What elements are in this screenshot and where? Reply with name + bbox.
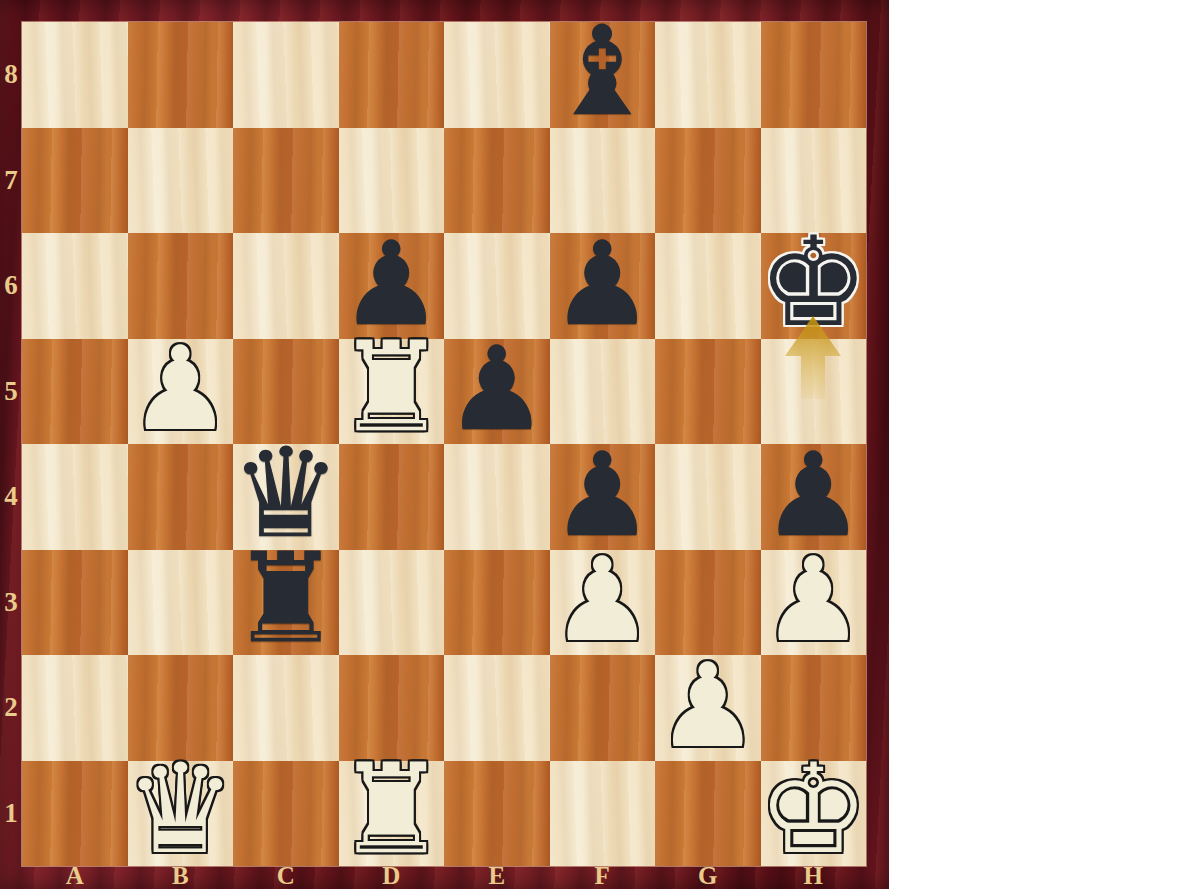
square-b1[interactable]: ♛ [128, 761, 234, 867]
piece-white-rook-d1[interactable]: ♜ [336, 747, 447, 871]
rank-label-5: 5 [0, 378, 22, 405]
square-a8[interactable] [22, 22, 128, 128]
file-label-c: C [233, 864, 339, 887]
rank-label-8: 8 [0, 61, 22, 88]
square-g8[interactable] [655, 22, 761, 128]
square-f8[interactable]: ♝ [550, 22, 656, 128]
square-b3[interactable] [128, 550, 234, 656]
piece-black-pawn-f6[interactable]: ♟ [550, 226, 654, 342]
rank-label-6: 6 [0, 272, 22, 299]
piece-white-king-h1[interactable]: ♚ [758, 747, 869, 871]
file-label-b: B [128, 864, 234, 887]
square-h3[interactable]: ♟ [761, 550, 867, 656]
rank-label-2: 2 [0, 694, 22, 721]
square-a2[interactable] [22, 655, 128, 761]
piece-white-pawn-f3[interactable]: ♟ [550, 542, 654, 658]
file-label-f: F [550, 864, 656, 887]
square-e7[interactable] [444, 128, 550, 234]
square-f2[interactable] [550, 655, 656, 761]
square-a7[interactable] [22, 128, 128, 234]
square-f1[interactable] [550, 761, 656, 867]
piece-white-pawn-b5[interactable]: ♟ [128, 331, 232, 447]
square-f3[interactable]: ♟ [550, 550, 656, 656]
piece-black-pawn-e5[interactable]: ♟ [445, 331, 549, 447]
square-e1[interactable] [444, 761, 550, 867]
square-h8[interactable] [761, 22, 867, 128]
square-e5[interactable]: ♟ [444, 339, 550, 445]
square-b8[interactable] [128, 22, 234, 128]
square-g6[interactable] [655, 233, 761, 339]
rank-label-4: 4 [0, 483, 22, 510]
chess-board-frame: ♝♟♟♚♟♜♟♛♟♟♜♟♟♟♛♜♚ 12345678ABCDEFGH [0, 0, 889, 889]
file-label-h: H [761, 864, 867, 887]
rank-label-7: 7 [0, 167, 22, 194]
square-e4[interactable] [444, 444, 550, 550]
rank-label-3: 3 [0, 589, 22, 616]
square-b4[interactable] [128, 444, 234, 550]
piece-white-pawn-h3[interactable]: ♟ [761, 542, 865, 658]
square-g7[interactable] [655, 128, 761, 234]
square-b7[interactable] [128, 128, 234, 234]
square-g1[interactable] [655, 761, 761, 867]
chess-board: ♝♟♟♚♟♜♟♛♟♟♜♟♟♟♛♜♚ [22, 22, 866, 866]
square-c1[interactable] [233, 761, 339, 867]
piece-white-pawn-g2[interactable]: ♟ [656, 648, 760, 764]
square-c2[interactable] [233, 655, 339, 761]
square-f6[interactable]: ♟ [550, 233, 656, 339]
square-h1[interactable]: ♚ [761, 761, 867, 867]
square-c3[interactable]: ♜ [233, 550, 339, 656]
piece-black-bishop-f8[interactable]: ♝ [547, 9, 658, 133]
piece-black-king-h6[interactable]: ♚ [758, 220, 869, 344]
square-d4[interactable] [339, 444, 445, 550]
square-e2[interactable] [444, 655, 550, 761]
square-b5[interactable]: ♟ [128, 339, 234, 445]
piece-white-rook-d5[interactable]: ♜ [336, 325, 447, 449]
square-h6[interactable]: ♚ [761, 233, 867, 339]
square-e8[interactable] [444, 22, 550, 128]
square-a6[interactable] [22, 233, 128, 339]
rank-label-1: 1 [0, 800, 22, 827]
square-a5[interactable] [22, 339, 128, 445]
file-label-a: A [22, 864, 128, 887]
square-a3[interactable] [22, 550, 128, 656]
square-g2[interactable]: ♟ [655, 655, 761, 761]
square-e3[interactable] [444, 550, 550, 656]
square-d3[interactable] [339, 550, 445, 656]
square-a1[interactable] [22, 761, 128, 867]
square-a4[interactable] [22, 444, 128, 550]
file-label-e: E [444, 864, 550, 887]
piece-black-rook-c3[interactable]: ♜ [230, 536, 341, 660]
square-c8[interactable] [233, 22, 339, 128]
square-g4[interactable] [655, 444, 761, 550]
square-d5[interactable]: ♜ [339, 339, 445, 445]
square-c7[interactable] [233, 128, 339, 234]
file-label-g: G [655, 864, 761, 887]
square-d1[interactable]: ♜ [339, 761, 445, 867]
square-d8[interactable] [339, 22, 445, 128]
screenshot-canvas: ♝♟♟♚♟♜♟♛♟♟♜♟♟♟♛♜♚ 12345678ABCDEFGH [0, 0, 1200, 889]
piece-white-queen-b1[interactable]: ♛ [125, 747, 236, 871]
square-g5[interactable] [655, 339, 761, 445]
file-label-d: D [339, 864, 445, 887]
square-c6[interactable] [233, 233, 339, 339]
